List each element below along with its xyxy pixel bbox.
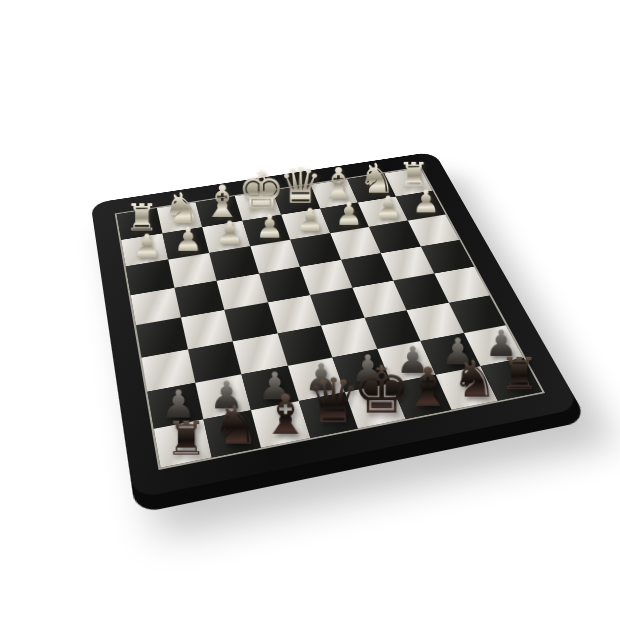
square-h4 (131, 288, 181, 325)
board-grid: ♜♞♝♚♛♝♞♜♟♟♟♟♟♟♟♟♟♟♟♟♟♟♟♟♜♞♝♛♚♝♞♜ (115, 167, 545, 471)
square-d4 (300, 260, 352, 295)
square-h2: ♟ (121, 233, 168, 266)
square-b5 (393, 274, 448, 310)
piece-black-knight: ♞ (451, 353, 497, 404)
square-c2: ♟ (320, 202, 369, 233)
square-d2: ♟ (281, 208, 330, 239)
piece-silver-pawn: ♟ (296, 204, 325, 236)
piece-silver-pawn: ♟ (174, 223, 203, 256)
piece-black-queen: ♛ (306, 371, 361, 433)
piece-black-knight: ♞ (212, 398, 260, 451)
square-e2: ♟ (242, 214, 290, 246)
square-h8: ♜ (154, 419, 211, 468)
square-g8: ♞ (203, 410, 261, 458)
photo-scene: ♜♞♝♚♛♝♞♜♟♟♟♟♟♟♟♟♟♟♟♟♟♟♟♟♜♞♝♛♚♝♞♜ (0, 0, 620, 620)
chess-board: ♜♞♝♚♛♝♞♜♟♟♟♟♟♟♟♟♟♟♟♟♟♟♟♟♜♞♝♛♚♝♞♜ (91, 152, 581, 499)
piece-black-rook: ♜ (165, 415, 207, 462)
piece-silver-pawn: ♟ (215, 217, 244, 249)
piece-silver-pawn: ♟ (132, 230, 161, 263)
piece-silver-pawn: ♟ (256, 210, 285, 242)
square-h3 (126, 260, 174, 295)
piece-black-bishop: ♝ (260, 387, 310, 442)
piece-black-bishop: ♝ (404, 360, 452, 414)
piece-silver-pawn: ♟ (374, 192, 402, 223)
piece-black-rook: ♜ (500, 351, 540, 395)
piece-silver-pawn: ♟ (412, 186, 440, 217)
piece-silver-pawn: ♟ (335, 198, 363, 230)
square-f3 (209, 246, 258, 280)
square-g2: ♟ (162, 227, 209, 260)
